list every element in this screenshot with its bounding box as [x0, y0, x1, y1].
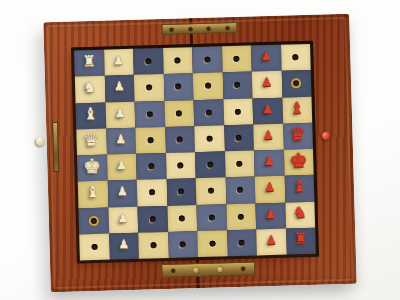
red-pawn[interactable]: ♟: [261, 76, 272, 88]
white-pawn[interactable]: ♟: [115, 133, 126, 145]
square-f7[interactable]: ♟: [255, 176, 285, 203]
peg-hole: [204, 57, 210, 63]
square-b2[interactable]: ♟: [104, 75, 134, 102]
square-g7[interactable]: ♟: [255, 202, 285, 229]
square-a2[interactable]: ♟: [104, 49, 134, 76]
square-a7[interactable]: ♟: [251, 45, 281, 72]
peg-hole: [147, 137, 153, 143]
white-pawn[interactable]: ♟: [113, 54, 124, 66]
peg-hole: [177, 136, 183, 142]
square-d7[interactable]: ♟: [253, 123, 283, 150]
red-pawn[interactable]: ♟: [263, 155, 274, 167]
square-b5[interactable]: [193, 73, 223, 100]
square-h6[interactable]: [227, 229, 257, 256]
square-f6[interactable]: [225, 177, 255, 204]
red-pawn[interactable]: ♟: [266, 234, 277, 246]
square-b6[interactable]: [222, 72, 252, 99]
peg-hole: [150, 242, 156, 248]
hinge-screw: [193, 267, 199, 273]
square-d4[interactable]: [165, 126, 195, 153]
square-a1[interactable]: ♜: [74, 50, 104, 77]
square-a8[interactable]: [281, 44, 311, 71]
peg-hole: [145, 58, 151, 64]
square-a6[interactable]: [222, 46, 252, 73]
square-c7[interactable]: ♟: [252, 97, 282, 124]
square-d8[interactable]: ♛: [283, 123, 313, 150]
bottom-hinge: [161, 262, 255, 279]
square-b3[interactable]: [134, 74, 164, 101]
square-a4[interactable]: [163, 47, 193, 74]
white-pawn[interactable]: ♟: [115, 107, 126, 119]
square-g1[interactable]: [78, 207, 108, 234]
peg-hole: [208, 214, 214, 220]
square-d2[interactable]: ♟: [106, 128, 136, 155]
peg-hole: [209, 240, 215, 246]
square-h5[interactable]: [197, 230, 227, 257]
square-a3[interactable]: [133, 48, 163, 75]
square-b1[interactable]: ♞: [75, 76, 105, 103]
peg-hole: [238, 213, 244, 219]
white-bishop[interactable]: ♝: [85, 184, 100, 200]
peg-hole: [175, 58, 181, 64]
square-e2[interactable]: ♟: [107, 154, 137, 181]
peg-hole: [147, 111, 153, 117]
peg-hole: [176, 110, 182, 116]
white-pawn[interactable]: ♟: [118, 238, 129, 250]
peg-hole: [149, 216, 155, 222]
square-f2[interactable]: ♟: [107, 180, 137, 207]
white-knight[interactable]: ♞: [83, 80, 97, 95]
white-queen[interactable]: ♛: [83, 131, 100, 149]
square-d5[interactable]: [194, 125, 224, 152]
square-g3[interactable]: [137, 205, 167, 232]
peg-hole: [236, 161, 242, 167]
square-c2[interactable]: ♟: [105, 101, 135, 128]
red-pawn[interactable]: ♟: [261, 50, 272, 62]
peg-hole: [175, 84, 181, 90]
square-c5[interactable]: [194, 99, 224, 126]
red-pawn[interactable]: ♟: [265, 208, 276, 220]
white-king[interactable]: ♚: [83, 156, 101, 176]
photo-background: ♜♟♟♞♟♟♝♟♟♝♛♟♟♛♚♟♟♚♝♟♟♝♟♟♞♟♟♜: [0, 0, 400, 300]
red-knight[interactable]: ♞: [293, 205, 307, 220]
square-g8[interactable]: ♞: [285, 201, 315, 228]
square-f8[interactable]: ♝: [284, 175, 314, 202]
peg-hole: [179, 215, 185, 221]
square-e6[interactable]: [224, 150, 254, 177]
loose-white-piece[interactable]: [36, 137, 45, 146]
loose-red-piece[interactable]: [322, 132, 330, 140]
square-g2[interactable]: ♟: [108, 206, 138, 233]
red-king[interactable]: ♚: [289, 150, 307, 170]
square-e8[interactable]: ♚: [283, 149, 313, 176]
white-rook[interactable]: ♜: [82, 53, 96, 68]
square-h1[interactable]: [79, 233, 109, 260]
red-pawn[interactable]: ♟: [264, 181, 275, 193]
square-f5[interactable]: [196, 178, 226, 205]
red-queen[interactable]: ♛: [289, 125, 306, 143]
peg-hole: [208, 188, 214, 194]
square-h4[interactable]: [168, 231, 198, 258]
square-b4[interactable]: [163, 73, 193, 100]
square-c6[interactable]: [223, 98, 253, 125]
square-h3[interactable]: [138, 232, 168, 259]
hinge-screw: [170, 27, 174, 31]
peg-hole: [234, 82, 240, 88]
peg-hole: [91, 244, 97, 250]
red-bishop[interactable]: ♝: [290, 100, 305, 116]
peg-hole: [146, 85, 152, 91]
chess-board[interactable]: ♜♟♟♞♟♟♝♟♟♝♛♟♟♛♚♟♟♚♝♟♟♝♟♟♞♟♟♜: [74, 44, 316, 261]
square-c4[interactable]: [164, 100, 194, 127]
hinge-screw: [225, 26, 229, 30]
square-h8[interactable]: ♜: [286, 228, 316, 255]
red-bishop[interactable]: ♝: [292, 178, 307, 194]
peg-hole: [149, 190, 155, 196]
red-rook[interactable]: ♜: [294, 231, 308, 246]
square-h7[interactable]: ♟: [256, 228, 286, 255]
square-b8[interactable]: [281, 70, 311, 97]
red-pawn[interactable]: ♟: [263, 129, 274, 141]
square-c8[interactable]: ♝: [282, 96, 312, 123]
square-d3[interactable]: [135, 127, 165, 154]
brass-peg-hole: [88, 215, 98, 225]
square-e1[interactable]: ♚: [77, 155, 107, 182]
white-bishop[interactable]: ♝: [83, 105, 98, 121]
square-g5[interactable]: [196, 204, 226, 231]
peg-hole: [207, 162, 213, 168]
peg-hole: [206, 136, 212, 142]
square-d6[interactable]: [224, 124, 254, 151]
hinge-screw: [217, 266, 223, 272]
hinge-screw: [207, 26, 211, 30]
square-c1[interactable]: ♝: [76, 102, 106, 129]
brass-clasp: [52, 122, 59, 172]
peg-hole: [237, 187, 243, 193]
square-e7[interactable]: ♟: [254, 150, 284, 177]
peg-hole: [293, 54, 299, 60]
white-pawn[interactable]: ♟: [116, 159, 127, 171]
peg-hole: [234, 56, 240, 62]
square-c3[interactable]: [135, 100, 165, 127]
peg-hole: [178, 163, 184, 169]
brass-peg-hole: [291, 79, 301, 89]
square-b7[interactable]: ♟: [252, 71, 282, 98]
square-a5[interactable]: [192, 46, 222, 73]
top-hinge: [161, 22, 237, 35]
peg-hole: [180, 241, 186, 247]
white-pawn[interactable]: ♟: [117, 212, 128, 224]
red-pawn[interactable]: ♟: [262, 103, 273, 115]
square-e3[interactable]: [136, 153, 166, 180]
square-e5[interactable]: [195, 151, 225, 178]
peg-hole: [206, 109, 212, 115]
white-pawn[interactable]: ♟: [114, 80, 125, 92]
peg-hole: [235, 108, 241, 114]
square-e4[interactable]: [165, 152, 195, 179]
hinge-screw: [171, 269, 175, 273]
square-f1[interactable]: ♝: [78, 181, 108, 208]
square-f4[interactable]: [166, 178, 196, 205]
peg-hole: [205, 83, 211, 89]
peg-hole: [236, 135, 242, 141]
hinge-screw: [241, 267, 245, 271]
peg-hole: [148, 163, 154, 169]
peg-hole: [178, 189, 184, 195]
hinge-screw: [188, 27, 192, 31]
white-pawn[interactable]: ♟: [117, 185, 128, 197]
square-g6[interactable]: [226, 203, 256, 230]
square-g4[interactable]: [167, 205, 197, 232]
peg-hole: [239, 240, 245, 246]
square-d1[interactable]: ♛: [76, 128, 106, 155]
square-h2[interactable]: ♟: [109, 233, 139, 260]
chess-box: ♜♟♟♞♟♟♝♟♟♝♛♟♟♛♚♟♟♚♝♟♟♝♟♟♞♟♟♜: [43, 14, 356, 292]
square-f3[interactable]: [137, 179, 167, 206]
